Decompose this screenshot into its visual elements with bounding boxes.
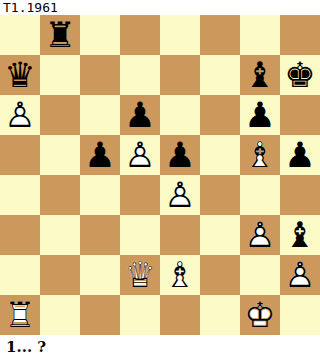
piece-wp[interactable]: ♙	[0, 95, 40, 135]
square-b2[interactable]	[40, 255, 80, 295]
square-d6[interactable]: ♟	[120, 95, 160, 135]
square-d7[interactable]	[120, 55, 160, 95]
square-b4[interactable]	[40, 175, 80, 215]
square-g1[interactable]: ♚♔	[240, 295, 280, 335]
square-f8[interactable]	[200, 15, 240, 55]
square-c2[interactable]	[80, 255, 120, 295]
square-c1[interactable]	[80, 295, 120, 335]
square-g3[interactable]: ♟♙	[240, 215, 280, 255]
square-e3[interactable]	[160, 215, 200, 255]
piece-br[interactable]: ♜	[40, 15, 80, 55]
piece-wp[interactable]: ♙	[120, 135, 160, 175]
chess-board: ♜♛♝♚♟♙♟♟♟♟♙♟♝♗♟♟♙♟♙♝♛♕♝♗♟♙♜♖♚♔	[0, 15, 320, 335]
square-e6[interactable]	[160, 95, 200, 135]
square-f2[interactable]	[200, 255, 240, 295]
square-h7[interactable]: ♚	[280, 55, 320, 95]
square-f7[interactable]	[200, 55, 240, 95]
square-b5[interactable]	[40, 135, 80, 175]
square-e4[interactable]: ♟♙	[160, 175, 200, 215]
square-d2[interactable]: ♛♕	[120, 255, 160, 295]
square-d4[interactable]	[120, 175, 160, 215]
square-e7[interactable]	[160, 55, 200, 95]
piece-bp[interactable]: ♟	[80, 135, 120, 175]
square-d1[interactable]	[120, 295, 160, 335]
square-f5[interactable]	[200, 135, 240, 175]
square-e8[interactable]	[160, 15, 200, 55]
piece-bp[interactable]: ♟	[120, 95, 160, 135]
piece-bq[interactable]: ♛	[0, 55, 40, 95]
square-h1[interactable]	[280, 295, 320, 335]
square-e2[interactable]: ♝♗	[160, 255, 200, 295]
piece-wb[interactable]: ♗	[160, 255, 200, 295]
square-g5[interactable]: ♝♗	[240, 135, 280, 175]
square-a3[interactable]	[0, 215, 40, 255]
square-f3[interactable]	[200, 215, 240, 255]
square-h3[interactable]: ♝	[280, 215, 320, 255]
square-c4[interactable]	[80, 175, 120, 215]
piece-wp[interactable]: ♙	[240, 215, 280, 255]
square-a7[interactable]: ♛	[0, 55, 40, 95]
square-g8[interactable]	[240, 15, 280, 55]
chess-diagram: T1.1961 ♜♛♝♚♟♙♟♟♟♟♙♟♝♗♟♟♙♟♙♝♛♕♝♗♟♙♜♖♚♔ 1…	[0, 0, 320, 360]
square-c6[interactable]	[80, 95, 120, 135]
square-e1[interactable]	[160, 295, 200, 335]
square-c7[interactable]	[80, 55, 120, 95]
square-a8[interactable]	[0, 15, 40, 55]
square-a1[interactable]: ♜♖	[0, 295, 40, 335]
piece-bb[interactable]: ♝	[280, 215, 320, 255]
piece-wp[interactable]: ♙	[160, 175, 200, 215]
square-g6[interactable]: ♟	[240, 95, 280, 135]
square-a2[interactable]	[0, 255, 40, 295]
square-d3[interactable]	[120, 215, 160, 255]
square-a5[interactable]	[0, 135, 40, 175]
move-prompt: 1... ?	[6, 335, 46, 360]
square-f4[interactable]	[200, 175, 240, 215]
square-g2[interactable]	[240, 255, 280, 295]
piece-bp[interactable]: ♟	[160, 135, 200, 175]
square-h4[interactable]	[280, 175, 320, 215]
square-h8[interactable]	[280, 15, 320, 55]
piece-wp[interactable]: ♙	[280, 255, 320, 295]
piece-wr[interactable]: ♖	[0, 295, 40, 335]
square-c8[interactable]	[80, 15, 120, 55]
square-b7[interactable]	[40, 55, 80, 95]
piece-wk[interactable]: ♔	[240, 295, 280, 335]
square-c3[interactable]	[80, 215, 120, 255]
square-e5[interactable]: ♟	[160, 135, 200, 175]
piece-wb[interactable]: ♗	[240, 135, 280, 175]
square-b1[interactable]	[40, 295, 80, 335]
square-g7[interactable]: ♝	[240, 55, 280, 95]
puzzle-title: T1.1961	[3, 0, 58, 15]
square-a4[interactable]	[0, 175, 40, 215]
piece-bp[interactable]: ♟	[240, 95, 280, 135]
square-d8[interactable]	[120, 15, 160, 55]
square-a6[interactable]: ♟♙	[0, 95, 40, 135]
square-b6[interactable]	[40, 95, 80, 135]
piece-wq[interactable]: ♕	[120, 255, 160, 295]
square-h5[interactable]: ♟	[280, 135, 320, 175]
piece-bk[interactable]: ♚	[280, 55, 320, 95]
square-b3[interactable]	[40, 215, 80, 255]
square-b8[interactable]: ♜	[40, 15, 80, 55]
piece-bp[interactable]: ♟	[280, 135, 320, 175]
square-h6[interactable]	[280, 95, 320, 135]
square-f1[interactable]	[200, 295, 240, 335]
square-h2[interactable]: ♟♙	[280, 255, 320, 295]
piece-bb[interactable]: ♝	[240, 55, 280, 95]
square-f6[interactable]	[200, 95, 240, 135]
square-c5[interactable]: ♟	[80, 135, 120, 175]
square-g4[interactable]	[240, 175, 280, 215]
square-d5[interactable]: ♟♙	[120, 135, 160, 175]
